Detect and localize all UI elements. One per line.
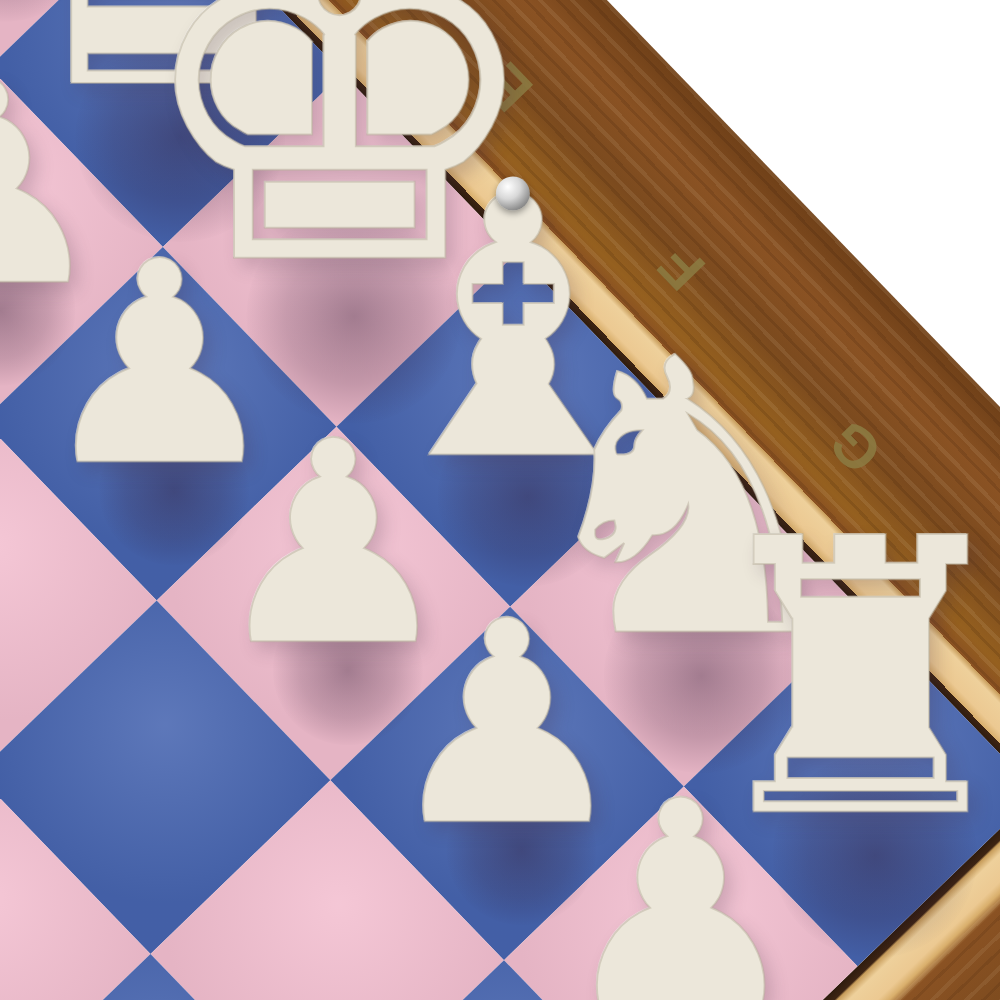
chess-board-photo: ABCDEFGH ♝♛♚♝♞♜♟♟♟♟♟	[0, 0, 1000, 1000]
white-pawn-glyph: ♟	[555, 763, 806, 1000]
board: ABCDEFGH ♝♛♚♝♞♜♟♟♟♟♟	[0, 0, 1000, 1000]
bishop-silver-ball-finial-icon	[496, 176, 530, 210]
